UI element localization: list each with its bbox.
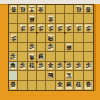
square-6a[interactable]: 金 bbox=[37, 5, 46, 14]
hoshi-star-point bbox=[64, 32, 66, 34]
square-3c[interactable]: 歩 bbox=[65, 24, 74, 33]
shogi-piece-gote[interactable]: 歩 bbox=[10, 34, 17, 42]
shogi-piece-gote[interactable]: 歩 bbox=[56, 24, 63, 32]
square-9i[interactable]: 香 bbox=[9, 81, 18, 90]
square-6c[interactable]: 歩 bbox=[37, 24, 46, 33]
shogi-piece-sente[interactable]: 香 bbox=[84, 81, 92, 90]
shogi-piece-gote[interactable]: 金 bbox=[47, 15, 54, 23]
shogi-piece-gote[interactable]: 銀 bbox=[65, 43, 72, 51]
square-3i[interactable]: 銀 bbox=[65, 81, 74, 90]
square-3a[interactable] bbox=[65, 5, 74, 14]
square-9f[interactable]: 歩 bbox=[9, 52, 18, 61]
square-8e[interactable] bbox=[18, 43, 27, 52]
square-2e[interactable] bbox=[74, 43, 83, 52]
square-7a[interactable]: 王 bbox=[28, 5, 37, 14]
square-1h[interactable] bbox=[84, 71, 93, 80]
square-6i[interactable] bbox=[37, 81, 46, 90]
komadai-left bbox=[0, 4, 8, 100]
square-6f[interactable]: 銀 bbox=[37, 52, 46, 61]
komadai-right bbox=[94, 4, 100, 100]
shogi-piece-gote[interactable]: 金 bbox=[37, 5, 44, 13]
hoshi-star-point bbox=[36, 61, 38, 63]
square-4a[interactable] bbox=[56, 5, 65, 14]
shogi-piece-sente[interactable]: 角 bbox=[10, 62, 17, 70]
board-frame-bottom bbox=[0, 91, 100, 100]
square-5b[interactable]: 金 bbox=[46, 14, 55, 23]
shogi-piece-sente[interactable]: 歩 bbox=[19, 62, 26, 70]
square-2f[interactable] bbox=[74, 52, 83, 61]
square-1f[interactable] bbox=[84, 52, 93, 61]
square-9a[interactable]: 香 bbox=[9, 5, 18, 14]
square-9h[interactable] bbox=[9, 71, 18, 80]
square-3f[interactable] bbox=[65, 52, 74, 61]
shogi-piece-sente[interactable]: 歩 bbox=[56, 62, 63, 70]
shogi-piece-gote[interactable]: 歩 bbox=[65, 24, 72, 32]
shogi-piece-sente[interactable]: 銀 bbox=[65, 81, 72, 90]
shogi-piece-gote[interactable]: 桂 bbox=[19, 5, 26, 13]
square-1c[interactable]: 歩 bbox=[84, 24, 93, 33]
square-3e[interactable]: 銀 bbox=[65, 43, 74, 52]
square-1a[interactable]: 香 bbox=[84, 5, 93, 14]
square-3g[interactable]: 歩 bbox=[65, 62, 74, 71]
square-7e[interactable]: 歩 bbox=[28, 43, 37, 52]
shogi-piece-sente[interactable]: 金 bbox=[56, 81, 63, 90]
square-6h[interactable] bbox=[37, 71, 46, 80]
shogi-app-window: 香桂王金桂香銀金歩歩歩歩歩歩歩歩歩飛歩歩銀歩角銀角歩桂歩金歩歩歩歩飛玉香金銀桂香 bbox=[0, 0, 100, 100]
hoshi-star-point bbox=[64, 61, 66, 63]
square-9c[interactable] bbox=[9, 24, 18, 33]
shogi-piece-sente[interactable]: 歩 bbox=[37, 62, 44, 70]
shogi-piece-gote[interactable]: 飛 bbox=[47, 34, 54, 42]
square-1b[interactable] bbox=[84, 14, 93, 23]
square-8f[interactable] bbox=[18, 52, 27, 61]
square-3b[interactable] bbox=[65, 14, 74, 23]
square-7g[interactable]: 桂 bbox=[28, 62, 37, 71]
square-4b[interactable] bbox=[56, 14, 65, 23]
square-4d[interactable] bbox=[56, 33, 65, 42]
shogi-piece-gote[interactable]: 桂 bbox=[75, 5, 82, 13]
square-1d[interactable] bbox=[84, 33, 93, 42]
square-2h[interactable] bbox=[74, 71, 83, 80]
square-8d[interactable] bbox=[18, 33, 27, 42]
shogi-piece-sente[interactable]: 飛 bbox=[47, 71, 54, 79]
shogi-piece-sente[interactable]: 歩 bbox=[10, 53, 17, 61]
shogi-piece-gote[interactable]: 歩 bbox=[37, 24, 44, 32]
square-8h[interactable] bbox=[18, 71, 27, 80]
shogi-piece-sente[interactable]: 桂 bbox=[75, 81, 82, 90]
square-9d[interactable]: 歩 bbox=[9, 33, 18, 42]
shogi-piece-gote[interactable]: 香 bbox=[10, 5, 17, 13]
square-8a[interactable]: 桂 bbox=[18, 5, 27, 14]
shogi-piece-sente[interactable]: 歩 bbox=[84, 62, 92, 70]
square-4i[interactable]: 金 bbox=[56, 81, 65, 90]
shogi-piece-gote[interactable]: 角 bbox=[28, 53, 35, 61]
shogi-piece-sente[interactable]: 歩 bbox=[75, 62, 82, 70]
square-8g[interactable]: 歩 bbox=[18, 62, 27, 71]
square-4e[interactable] bbox=[56, 43, 65, 52]
shogi-piece-sente[interactable]: 銀 bbox=[37, 53, 44, 61]
square-9e[interactable] bbox=[9, 43, 18, 52]
hoshi-star-point bbox=[36, 32, 38, 34]
square-5h[interactable]: 飛 bbox=[46, 71, 55, 80]
shogi-piece-gote[interactable]: 銀 bbox=[28, 15, 35, 23]
shogi-piece-gote[interactable]: 歩 bbox=[28, 24, 35, 32]
shogi-piece-gote[interactable]: 歩 bbox=[84, 24, 92, 32]
shogi-piece-sente[interactable]: 歩 bbox=[47, 43, 54, 51]
shogi-piece-sente[interactable]: 桂 bbox=[28, 62, 35, 70]
square-1i[interactable]: 香 bbox=[84, 81, 93, 90]
square-5f[interactable] bbox=[46, 52, 55, 61]
shogi-board: 香桂王金桂香銀金歩歩歩歩歩歩歩歩歩飛歩歩銀歩角銀角歩桂歩金歩歩歩歩飛玉香金銀桂香 bbox=[8, 4, 94, 91]
square-1g[interactable]: 歩 bbox=[84, 62, 93, 71]
square-9b[interactable] bbox=[9, 14, 18, 23]
shogi-piece-gote[interactable]: 歩 bbox=[19, 24, 26, 32]
square-5c[interactable]: 歩 bbox=[46, 24, 55, 33]
square-2i[interactable]: 桂 bbox=[74, 81, 83, 90]
shogi-piece-sente[interactable]: 歩 bbox=[28, 43, 35, 51]
square-7i[interactable] bbox=[28, 81, 37, 90]
square-2d[interactable] bbox=[74, 33, 83, 42]
square-2b[interactable] bbox=[74, 14, 83, 23]
square-8c[interactable]: 歩 bbox=[18, 24, 27, 33]
shogi-piece-gote[interactable]: 香 bbox=[84, 5, 92, 13]
shogi-piece-sente[interactable]: 香 bbox=[10, 81, 17, 90]
shogi-piece-gote[interactable]: 歩 bbox=[75, 24, 82, 32]
shogi-piece-sente[interactable]: 金 bbox=[47, 62, 54, 70]
square-4g[interactable]: 歩 bbox=[56, 62, 65, 71]
square-1e[interactable] bbox=[84, 43, 93, 52]
square-2a[interactable]: 桂 bbox=[74, 5, 83, 14]
square-2c[interactable]: 歩 bbox=[74, 24, 83, 33]
square-2g[interactable]: 歩 bbox=[74, 62, 83, 71]
square-5a[interactable] bbox=[46, 5, 55, 14]
shogi-piece-sente[interactable]: 玉 bbox=[65, 71, 72, 79]
square-3d[interactable] bbox=[65, 33, 74, 42]
square-3h[interactable]: 玉 bbox=[65, 71, 74, 80]
square-7d[interactable] bbox=[28, 33, 37, 42]
square-4h[interactable] bbox=[56, 71, 65, 80]
shogi-piece-gote[interactable]: 歩 bbox=[47, 24, 54, 32]
square-6g[interactable]: 歩 bbox=[37, 62, 46, 71]
square-8b[interactable] bbox=[18, 14, 27, 23]
shogi-piece-sente[interactable]: 歩 bbox=[65, 62, 72, 70]
shogi-piece-gote[interactable]: 王 bbox=[28, 5, 35, 13]
square-9g[interactable]: 角 bbox=[9, 62, 18, 71]
square-6d[interactable] bbox=[37, 33, 46, 42]
square-5g[interactable]: 金 bbox=[46, 62, 55, 71]
square-7h[interactable] bbox=[28, 71, 37, 80]
square-6e[interactable] bbox=[37, 43, 46, 52]
square-5i[interactable] bbox=[46, 81, 55, 90]
square-5d[interactable]: 飛 bbox=[46, 33, 55, 42]
square-7b[interactable]: 銀 bbox=[28, 14, 37, 23]
square-6b[interactable] bbox=[37, 14, 46, 23]
square-8i[interactable] bbox=[18, 81, 27, 90]
square-5e[interactable]: 歩 bbox=[46, 43, 55, 52]
